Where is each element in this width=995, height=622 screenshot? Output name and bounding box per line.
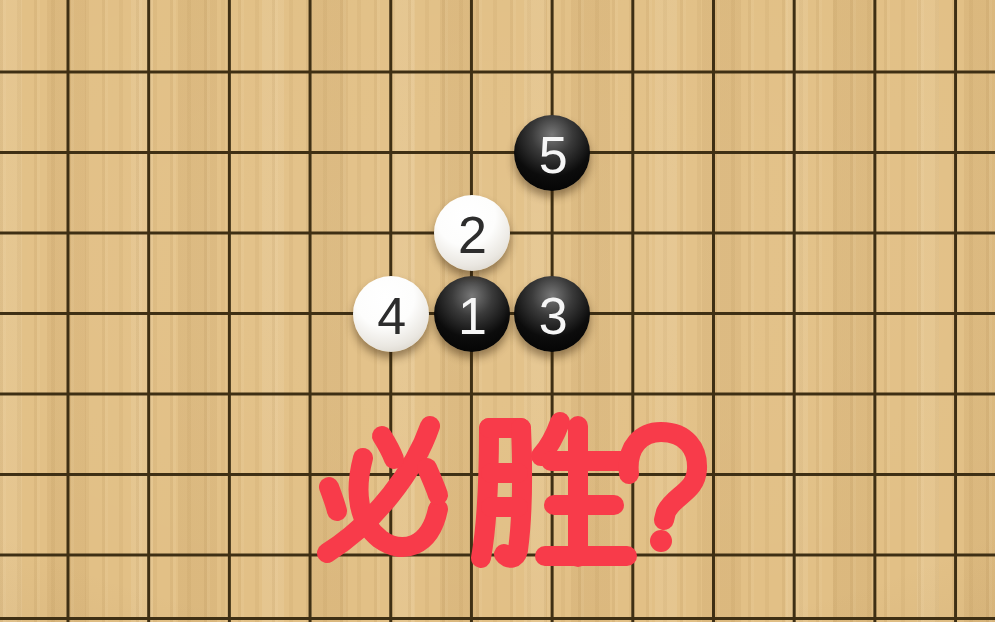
bi-top-dot [382,436,394,459]
bi-left-dot [329,487,337,511]
caption-overlay [0,0,995,622]
bi-right-dot [427,468,438,495]
hanzi-bi [327,426,438,553]
sheng-life-slash [541,422,560,456]
sheng-moon-left [481,428,489,558]
gomoku-board[interactable]: 12345 必胜? [0,0,995,622]
sheng-moon-right [504,428,522,558]
hanzi-sheng [481,422,627,558]
question-mark-bowl [629,432,697,520]
question-mark [629,432,697,552]
question-mark-dot [650,530,672,552]
